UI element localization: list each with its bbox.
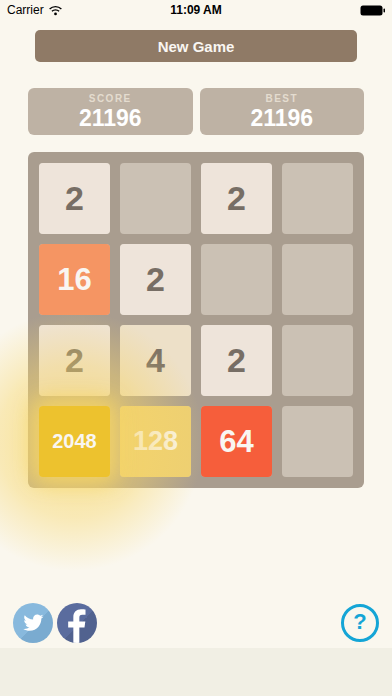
tile-16: 16 <box>39 244 110 315</box>
tile-2: 2 <box>39 325 110 396</box>
board-cell-r0c1 <box>120 163 191 234</box>
board-cell-r3c0: 2048 <box>39 406 110 477</box>
app-screen: Carrier 11:09 AM New Game SCORE 21196 <box>0 0 392 696</box>
bottom-strip <box>0 648 392 696</box>
help-button[interactable]: ? <box>341 604 379 642</box>
tile-2: 2 <box>120 244 191 315</box>
best-box: BEST 21196 <box>200 88 365 135</box>
tile-128: 128 <box>120 406 191 477</box>
board-cell-r2c1: 4 <box>120 325 191 396</box>
score-label: SCORE <box>89 94 132 104</box>
best-label: BEST <box>265 94 298 104</box>
board-cell-r1c2 <box>201 244 272 315</box>
tile-2: 2 <box>39 163 110 234</box>
best-value: 21196 <box>250 107 313 130</box>
board-cell-r0c0: 2 <box>39 163 110 234</box>
board-cell-r3c2: 64 <box>201 406 272 477</box>
board-cell-r1c0: 16 <box>39 244 110 315</box>
board-cell-r1c1: 2 <box>120 244 191 315</box>
board-cell-r3c3 <box>282 406 353 477</box>
score-value: 21196 <box>79 107 142 130</box>
carrier-label: Carrier <box>7 3 44 17</box>
board-cell-r2c3 <box>282 325 353 396</box>
tile-2: 2 <box>201 163 272 234</box>
wifi-icon <box>48 5 63 16</box>
carrier-group: Carrier <box>7 3 63 17</box>
facebook-share-button[interactable] <box>57 603 97 643</box>
tile-4: 4 <box>120 325 191 396</box>
board-cell-r0c3 <box>282 163 353 234</box>
status-bar: Carrier 11:09 AM <box>0 0 392 20</box>
board-cell-r1c3 <box>282 244 353 315</box>
tile-64: 64 <box>201 406 272 477</box>
board-cell-r2c2: 2 <box>201 325 272 396</box>
score-panel: SCORE 21196 BEST 21196 <box>28 88 364 135</box>
twitter-bird-icon <box>22 612 44 634</box>
board-cell-r3c1: 128 <box>120 406 191 477</box>
tile-2: 2 <box>201 325 272 396</box>
twitter-share-button[interactable] <box>13 603 53 643</box>
board-cell-r0c2: 2 <box>201 163 272 234</box>
board-cell-r2c0: 2 <box>39 325 110 396</box>
battery-icon <box>360 5 385 16</box>
new-game-button[interactable]: New Game <box>35 30 357 62</box>
tile-2048: 2048 <box>39 406 110 477</box>
score-box: SCORE 21196 <box>28 88 193 135</box>
facebook-f-icon <box>57 603 97 643</box>
game-board[interactable]: 22162242204812864 <box>28 152 364 488</box>
